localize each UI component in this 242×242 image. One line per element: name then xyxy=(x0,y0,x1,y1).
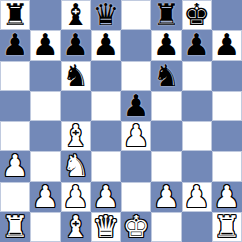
black-pawn-piece[interactable]: ♟ xyxy=(91,30,121,60)
square-e8[interactable] xyxy=(121,0,151,30)
square-a1[interactable]: ♜ xyxy=(0,212,30,242)
square-b3[interactable] xyxy=(30,151,60,181)
square-g7[interactable]: ♟ xyxy=(182,30,212,60)
square-c2[interactable]: ♟ xyxy=(61,182,91,212)
white-bishop-piece[interactable]: ♝ xyxy=(61,121,91,151)
square-e1[interactable]: ♚ xyxy=(121,212,151,242)
square-a4[interactable] xyxy=(0,121,30,151)
square-a7[interactable]: ♟ xyxy=(0,30,30,60)
white-pawn-piece[interactable]: ♟ xyxy=(91,182,121,212)
square-a8[interactable]: ♜ xyxy=(0,0,30,30)
square-b8[interactable] xyxy=(30,0,60,30)
square-h6[interactable] xyxy=(212,61,242,91)
square-e6[interactable] xyxy=(121,61,151,91)
square-c5[interactable] xyxy=(61,91,91,121)
black-knight-piece[interactable]: ♞ xyxy=(61,61,91,91)
black-knight-piece[interactable]: ♞ xyxy=(151,61,181,91)
black-queen-piece[interactable]: ♛ xyxy=(91,0,121,30)
white-bishop-piece[interactable]: ♝ xyxy=(61,212,91,242)
white-pawn-piece[interactable]: ♟ xyxy=(121,121,151,151)
chess-board: ♜♝♛♜♚♟♟♟♟♟♟♟♞♞♟♝♟♟♞♟♟♟♟♟♟♜♝♛♚♜ xyxy=(0,0,242,242)
black-pawn-piece[interactable]: ♟ xyxy=(212,30,242,60)
square-g6[interactable] xyxy=(182,61,212,91)
square-b6[interactable] xyxy=(30,61,60,91)
black-pawn-piece[interactable]: ♟ xyxy=(151,30,181,60)
square-g5[interactable] xyxy=(182,91,212,121)
white-pawn-piece[interactable]: ♟ xyxy=(0,151,30,181)
square-d4[interactable] xyxy=(91,121,121,151)
black-king-piece[interactable]: ♚ xyxy=(182,0,212,30)
square-e7[interactable] xyxy=(121,30,151,60)
square-b7[interactable]: ♟ xyxy=(30,30,60,60)
square-f8[interactable]: ♜ xyxy=(151,0,181,30)
black-bishop-piece[interactable]: ♝ xyxy=(61,0,91,30)
square-f2[interactable]: ♟ xyxy=(151,182,181,212)
black-rook-piece[interactable]: ♜ xyxy=(0,0,30,30)
square-g1[interactable] xyxy=(182,212,212,242)
white-rook-piece[interactable]: ♜ xyxy=(0,212,30,242)
square-g2[interactable]: ♟ xyxy=(182,182,212,212)
square-d3[interactable] xyxy=(91,151,121,181)
square-h5[interactable] xyxy=(212,91,242,121)
square-f7[interactable]: ♟ xyxy=(151,30,181,60)
square-b1[interactable] xyxy=(30,212,60,242)
square-c4[interactable]: ♝ xyxy=(61,121,91,151)
white-pawn-piece[interactable]: ♟ xyxy=(212,182,242,212)
square-h3[interactable] xyxy=(212,151,242,181)
square-c3[interactable]: ♞ xyxy=(61,151,91,181)
white-queen-piece[interactable]: ♛ xyxy=(91,212,121,242)
square-g3[interactable] xyxy=(182,151,212,181)
black-pawn-piece[interactable]: ♟ xyxy=(61,30,91,60)
square-c1[interactable]: ♝ xyxy=(61,212,91,242)
square-e3[interactable] xyxy=(121,151,151,181)
square-c8[interactable]: ♝ xyxy=(61,0,91,30)
square-h4[interactable] xyxy=(212,121,242,151)
white-knight-piece[interactable]: ♞ xyxy=(61,151,91,181)
square-e5[interactable]: ♟ xyxy=(121,91,151,121)
square-h7[interactable]: ♟ xyxy=(212,30,242,60)
black-pawn-piece[interactable]: ♟ xyxy=(182,30,212,60)
black-pawn-piece[interactable]: ♟ xyxy=(30,30,60,60)
square-b5[interactable] xyxy=(30,91,60,121)
square-b2[interactable]: ♟ xyxy=(30,182,60,212)
black-pawn-piece[interactable]: ♟ xyxy=(0,30,30,60)
white-pawn-piece[interactable]: ♟ xyxy=(61,182,91,212)
square-h1[interactable]: ♜ xyxy=(212,212,242,242)
square-h8[interactable] xyxy=(212,0,242,30)
square-a2[interactable] xyxy=(0,182,30,212)
square-d6[interactable] xyxy=(91,61,121,91)
square-a5[interactable] xyxy=(0,91,30,121)
square-d2[interactable]: ♟ xyxy=(91,182,121,212)
square-f3[interactable] xyxy=(151,151,181,181)
square-c6[interactable]: ♞ xyxy=(61,61,91,91)
black-rook-piece[interactable]: ♜ xyxy=(151,0,181,30)
square-a3[interactable]: ♟ xyxy=(0,151,30,181)
square-f6[interactable]: ♞ xyxy=(151,61,181,91)
square-c7[interactable]: ♟ xyxy=(61,30,91,60)
black-pawn-piece[interactable]: ♟ xyxy=(121,91,151,121)
square-g4[interactable] xyxy=(182,121,212,151)
square-d5[interactable] xyxy=(91,91,121,121)
white-pawn-piece[interactable]: ♟ xyxy=(30,182,60,212)
white-pawn-piece[interactable]: ♟ xyxy=(151,182,181,212)
white-pawn-piece[interactable]: ♟ xyxy=(182,182,212,212)
square-g8[interactable]: ♚ xyxy=(182,0,212,30)
square-f1[interactable] xyxy=(151,212,181,242)
square-b4[interactable] xyxy=(30,121,60,151)
square-f5[interactable] xyxy=(151,91,181,121)
white-king-piece[interactable]: ♚ xyxy=(121,212,151,242)
white-rook-piece[interactable]: ♜ xyxy=(212,212,242,242)
square-a6[interactable] xyxy=(0,61,30,91)
square-e2[interactable] xyxy=(121,182,151,212)
square-d8[interactable]: ♛ xyxy=(91,0,121,30)
square-d1[interactable]: ♛ xyxy=(91,212,121,242)
square-d7[interactable]: ♟ xyxy=(91,30,121,60)
square-e4[interactable]: ♟ xyxy=(121,121,151,151)
square-f4[interactable] xyxy=(151,121,181,151)
square-h2[interactable]: ♟ xyxy=(212,182,242,212)
